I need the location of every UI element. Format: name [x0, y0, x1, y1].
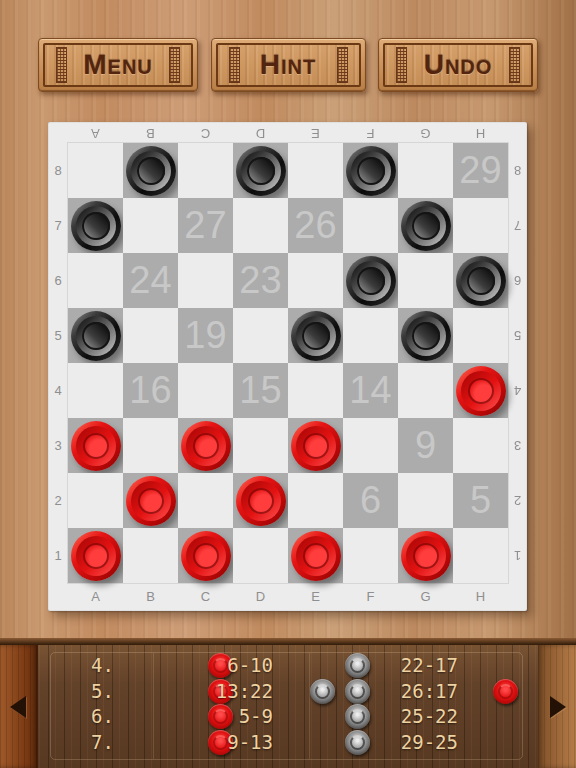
square-G6 [398, 253, 453, 308]
coord-left-7: 7 [48, 198, 68, 253]
square-D2[interactable] [233, 473, 288, 528]
black-piece[interactable] [291, 311, 341, 361]
captured-red-piece-icon [493, 679, 518, 704]
coord-right-4: 4 [508, 363, 527, 418]
coord-bottom-B: B [123, 588, 178, 605]
square-number: 15 [239, 369, 281, 412]
black-move-text: 22-17 [376, 653, 458, 679]
square-E5[interactable] [288, 308, 343, 363]
coord-right-5: 5 [508, 308, 527, 363]
square-D3 [233, 418, 288, 473]
square-A8 [68, 143, 123, 198]
red-piece[interactable] [181, 421, 231, 471]
black-piece[interactable] [236, 146, 286, 196]
coord-left-2: 2 [48, 473, 68, 528]
coord-top-H: H [453, 125, 508, 142]
square-A7[interactable] [68, 198, 123, 253]
black-piece[interactable] [401, 201, 451, 251]
square-A6 [68, 253, 123, 308]
coord-top-A: A [68, 125, 123, 142]
square-D7 [233, 198, 288, 253]
coord-right-7: 7 [508, 198, 527, 253]
square-F3 [343, 418, 398, 473]
square-H4[interactable] [453, 363, 508, 418]
move-list: 4.6-1022-175.13:2226:176.5-925-227.9-132… [50, 652, 523, 760]
square-H7 [453, 198, 508, 253]
coord-left-8: 8 [48, 143, 68, 198]
square-D8[interactable] [233, 143, 288, 198]
square-B6[interactable]: 24 [123, 253, 178, 308]
square-B2[interactable] [123, 473, 178, 528]
coord-right-6: 6 [508, 253, 527, 308]
square-A5[interactable] [68, 308, 123, 363]
move-number: 4. [51, 653, 114, 679]
ornament-icon [169, 47, 180, 83]
black-piece-icon [345, 653, 370, 678]
black-move-text: 26:17 [376, 679, 458, 705]
coord-left-6: 6 [48, 253, 68, 308]
coord-top-C: C [178, 125, 233, 142]
red-piece[interactable] [401, 531, 451, 581]
coord-left-1: 1 [48, 528, 68, 583]
undo-button[interactable]: Undo [378, 38, 538, 92]
square-F2[interactable]: 6 [343, 473, 398, 528]
square-G2 [398, 473, 453, 528]
square-F6[interactable] [343, 253, 398, 308]
square-A3[interactable] [68, 418, 123, 473]
square-A4 [68, 363, 123, 418]
square-F4[interactable]: 14 [343, 363, 398, 418]
black-piece[interactable] [346, 256, 396, 306]
move-number: 7. [51, 730, 114, 756]
coord-top-F: F [343, 125, 398, 142]
coord-left-5: 5 [48, 308, 68, 363]
square-E8 [288, 143, 343, 198]
coord-top-D: D [233, 125, 288, 142]
square-G7[interactable] [398, 198, 453, 253]
square-number: 27 [184, 204, 226, 247]
square-B3 [123, 418, 178, 473]
red-move-text: 9-13 [191, 730, 273, 756]
move-row: 6.5-925-22 [51, 704, 522, 730]
square-H5 [453, 308, 508, 363]
square-E2 [288, 473, 343, 528]
ornament-icon [229, 47, 240, 83]
square-G4 [398, 363, 453, 418]
square-number: 26 [294, 204, 336, 247]
black-piece[interactable] [71, 201, 121, 251]
black-piece[interactable] [401, 311, 451, 361]
square-B4[interactable]: 16 [123, 363, 178, 418]
square-C8 [178, 143, 233, 198]
coord-bottom-C: C [178, 588, 233, 605]
ornament-icon [509, 47, 520, 83]
move-number: 6. [51, 704, 114, 730]
coord-bottom-D: D [233, 588, 288, 605]
square-number: 9 [415, 424, 436, 467]
menu-button-label: Menu [83, 49, 153, 81]
square-H6[interactable] [453, 253, 508, 308]
coord-top-B: B [123, 125, 178, 142]
red-move-text: 5-9 [191, 704, 273, 730]
coord-bottom-E: E [288, 588, 343, 605]
hint-button[interactable]: Hint [211, 38, 366, 92]
red-piece[interactable] [181, 531, 231, 581]
black-piece-icon [345, 679, 370, 704]
nav-rail-left [0, 645, 38, 768]
ornament-icon [56, 47, 67, 83]
square-G5[interactable] [398, 308, 453, 363]
menu-button[interactable]: Menu [38, 38, 198, 92]
black-move-text: 29-25 [376, 730, 458, 756]
square-A2 [68, 473, 123, 528]
board-grid: 292726242319161514965 [68, 143, 508, 583]
coord-bottom-F: F [343, 588, 398, 605]
square-C5[interactable]: 19 [178, 308, 233, 363]
square-F5 [343, 308, 398, 363]
square-F1 [343, 528, 398, 583]
next-move-arrow-icon[interactable] [550, 696, 566, 718]
square-number: 14 [349, 369, 391, 412]
toolbar: Menu Hint Undo [38, 38, 538, 92]
square-A1[interactable] [68, 528, 123, 583]
square-H8[interactable]: 29 [453, 143, 508, 198]
square-H3 [453, 418, 508, 473]
square-H2[interactable]: 5 [453, 473, 508, 528]
square-E4 [288, 363, 343, 418]
hint-button-label: Hint [260, 49, 316, 81]
red-move-text: 6-10 [191, 653, 273, 679]
square-number: 16 [129, 369, 171, 412]
square-E6 [288, 253, 343, 308]
square-number: 29 [459, 149, 501, 192]
square-D6[interactable]: 23 [233, 253, 288, 308]
square-E1[interactable] [288, 528, 343, 583]
coord-right-1: 1 [508, 528, 527, 583]
coord-left-4: 4 [48, 363, 68, 418]
red-piece[interactable] [291, 531, 341, 581]
red-piece[interactable] [71, 421, 121, 471]
checkers-board: 292726242319161514965 AABBCCDDEEFFGGHH88… [48, 122, 527, 611]
coord-right-3: 3 [508, 418, 527, 473]
coord-right-2: 2 [508, 473, 527, 528]
red-piece[interactable] [126, 476, 176, 526]
black-piece[interactable] [126, 146, 176, 196]
previous-move-arrow-icon[interactable] [10, 696, 26, 718]
undo-button-label: Undo [424, 49, 493, 81]
move-number: 5. [51, 679, 114, 705]
square-D1 [233, 528, 288, 583]
captured-black-piece-icon [310, 679, 335, 704]
move-row: 7.9-1329-25 [51, 730, 522, 756]
square-G8 [398, 143, 453, 198]
coord-bottom-G: G [398, 588, 453, 605]
square-C2 [178, 473, 233, 528]
coord-bottom-A: A [68, 588, 123, 605]
red-piece[interactable] [71, 531, 121, 581]
square-B1 [123, 528, 178, 583]
square-number: 6 [360, 479, 381, 522]
square-C7[interactable]: 27 [178, 198, 233, 253]
black-piece[interactable] [456, 256, 506, 306]
square-C3[interactable] [178, 418, 233, 473]
square-G3[interactable]: 9 [398, 418, 453, 473]
move-row: 5.13:2226:17 [51, 679, 522, 705]
ornament-icon [337, 47, 348, 83]
red-piece[interactable] [456, 366, 506, 416]
square-D4[interactable]: 15 [233, 363, 288, 418]
red-piece[interactable] [291, 421, 341, 471]
square-B7 [123, 198, 178, 253]
coord-top-E: E [288, 125, 343, 142]
black-piece[interactable] [71, 311, 121, 361]
red-move-text: 13:22 [191, 679, 273, 705]
square-D5 [233, 308, 288, 363]
coord-top-G: G [398, 125, 453, 142]
square-number: 19 [184, 314, 226, 357]
square-E3[interactable] [288, 418, 343, 473]
nav-rail-right [538, 645, 576, 768]
black-piece-icon [345, 704, 370, 729]
black-piece[interactable] [346, 146, 396, 196]
coord-right-8: 8 [508, 143, 527, 198]
square-C1[interactable] [178, 528, 233, 583]
square-number: 5 [470, 479, 491, 522]
square-B8[interactable] [123, 143, 178, 198]
square-B5 [123, 308, 178, 363]
square-number: 23 [239, 259, 281, 302]
black-piece-icon [345, 730, 370, 755]
move-row: 4.6-1022-17 [51, 653, 522, 679]
square-C4 [178, 363, 233, 418]
coord-bottom-H: H [453, 588, 508, 605]
coord-left-3: 3 [48, 418, 68, 473]
black-move-text: 25-22 [376, 704, 458, 730]
ornament-icon [396, 47, 407, 83]
square-H1 [453, 528, 508, 583]
square-F8[interactable] [343, 143, 398, 198]
square-G1[interactable] [398, 528, 453, 583]
square-number: 24 [129, 259, 171, 302]
red-piece[interactable] [236, 476, 286, 526]
square-F7 [343, 198, 398, 253]
move-history-panel: 4.6-1022-175.13:2226:176.5-925-227.9-132… [0, 638, 576, 768]
square-E7[interactable]: 26 [288, 198, 343, 253]
square-C6 [178, 253, 233, 308]
